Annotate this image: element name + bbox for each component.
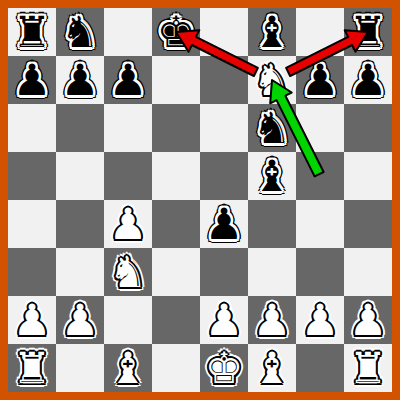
square-e7[interactable] — [200, 56, 248, 104]
black-rook[interactable]: ♜ — [349, 8, 388, 56]
square-f3[interactable] — [248, 248, 296, 296]
square-g3[interactable] — [296, 248, 344, 296]
square-d8[interactable]: ♚ — [152, 8, 200, 56]
square-h3[interactable] — [344, 248, 392, 296]
square-a1[interactable]: ♜ — [8, 344, 56, 392]
square-f1[interactable]: ♝ — [248, 344, 296, 392]
square-d1[interactable] — [152, 344, 200, 392]
white-bishop[interactable]: ♝ — [109, 344, 148, 392]
square-c3[interactable]: ♞ — [104, 248, 152, 296]
square-h2[interactable]: ♟ — [344, 296, 392, 344]
square-c2[interactable] — [104, 296, 152, 344]
black-king[interactable]: ♚ — [157, 8, 196, 56]
black-knight[interactable]: ♞ — [253, 104, 292, 152]
square-e3[interactable] — [200, 248, 248, 296]
white-pawn[interactable]: ♟ — [13, 296, 52, 344]
square-c8[interactable] — [104, 8, 152, 56]
square-b8[interactable]: ♞ — [56, 8, 104, 56]
square-a8[interactable]: ♜ — [8, 8, 56, 56]
white-rook[interactable]: ♜ — [349, 344, 388, 392]
square-f7[interactable]: ♞ — [248, 56, 296, 104]
white-pawn[interactable]: ♟ — [109, 200, 148, 248]
square-h4[interactable] — [344, 200, 392, 248]
square-h7[interactable]: ♟ — [344, 56, 392, 104]
square-a7[interactable]: ♟ — [8, 56, 56, 104]
square-g1[interactable] — [296, 344, 344, 392]
square-b1[interactable] — [56, 344, 104, 392]
black-pawn[interactable]: ♟ — [13, 56, 52, 104]
square-g7[interactable]: ♟ — [296, 56, 344, 104]
square-g8[interactable] — [296, 8, 344, 56]
white-knight[interactable]: ♞ — [109, 248, 148, 296]
square-h8[interactable]: ♜ — [344, 8, 392, 56]
chess-board: ♜♞♚♝♜♟♟♟♞♟♟♞♝♟♟♞♟♟♟♟♟♟♜♝♚♝♜ — [8, 8, 392, 392]
white-bishop[interactable]: ♝ — [253, 344, 292, 392]
white-knight[interactable]: ♞ — [253, 56, 292, 104]
white-pawn[interactable]: ♟ — [253, 296, 292, 344]
white-rook[interactable]: ♜ — [13, 344, 52, 392]
square-g4[interactable] — [296, 200, 344, 248]
square-b6[interactable] — [56, 104, 104, 152]
square-f8[interactable]: ♝ — [248, 8, 296, 56]
white-pawn[interactable]: ♟ — [205, 296, 244, 344]
square-b7[interactable]: ♟ — [56, 56, 104, 104]
square-a6[interactable] — [8, 104, 56, 152]
square-f4[interactable] — [248, 200, 296, 248]
black-knight[interactable]: ♞ — [61, 8, 100, 56]
square-e4[interactable]: ♟ — [200, 200, 248, 248]
square-h5[interactable] — [344, 152, 392, 200]
square-c5[interactable] — [104, 152, 152, 200]
square-d5[interactable] — [152, 152, 200, 200]
board-frame: ♜♞♚♝♜♟♟♟♞♟♟♞♝♟♟♞♟♟♟♟♟♟♜♝♚♝♜ — [0, 0, 400, 400]
square-e1[interactable]: ♚ — [200, 344, 248, 392]
square-e2[interactable]: ♟ — [200, 296, 248, 344]
square-d7[interactable] — [152, 56, 200, 104]
square-e5[interactable] — [200, 152, 248, 200]
square-b4[interactable] — [56, 200, 104, 248]
square-a2[interactable]: ♟ — [8, 296, 56, 344]
square-a3[interactable] — [8, 248, 56, 296]
square-b3[interactable] — [56, 248, 104, 296]
square-c1[interactable]: ♝ — [104, 344, 152, 392]
square-d6[interactable] — [152, 104, 200, 152]
white-pawn[interactable]: ♟ — [349, 296, 388, 344]
square-a4[interactable] — [8, 200, 56, 248]
black-pawn[interactable]: ♟ — [109, 56, 148, 104]
square-d2[interactable] — [152, 296, 200, 344]
square-g5[interactable] — [296, 152, 344, 200]
square-g6[interactable] — [296, 104, 344, 152]
square-f2[interactable]: ♟ — [248, 296, 296, 344]
square-c7[interactable]: ♟ — [104, 56, 152, 104]
square-h1[interactable]: ♜ — [344, 344, 392, 392]
square-e8[interactable] — [200, 8, 248, 56]
square-c4[interactable]: ♟ — [104, 200, 152, 248]
square-a5[interactable] — [8, 152, 56, 200]
black-rook[interactable]: ♜ — [13, 8, 52, 56]
white-king[interactable]: ♚ — [205, 344, 244, 392]
square-f5[interactable]: ♝ — [248, 152, 296, 200]
square-g2[interactable]: ♟ — [296, 296, 344, 344]
square-f6[interactable]: ♞ — [248, 104, 296, 152]
square-d4[interactable] — [152, 200, 200, 248]
black-pawn[interactable]: ♟ — [349, 56, 388, 104]
square-b5[interactable] — [56, 152, 104, 200]
black-bishop[interactable]: ♝ — [253, 152, 292, 200]
black-pawn[interactable]: ♟ — [205, 200, 244, 248]
square-h6[interactable] — [344, 104, 392, 152]
square-e6[interactable] — [200, 104, 248, 152]
square-c6[interactable] — [104, 104, 152, 152]
square-b2[interactable]: ♟ — [56, 296, 104, 344]
black-pawn[interactable]: ♟ — [61, 56, 100, 104]
white-pawn[interactable]: ♟ — [61, 296, 100, 344]
black-bishop[interactable]: ♝ — [253, 8, 292, 56]
black-pawn[interactable]: ♟ — [301, 56, 340, 104]
white-pawn[interactable]: ♟ — [301, 296, 340, 344]
square-d3[interactable] — [152, 248, 200, 296]
